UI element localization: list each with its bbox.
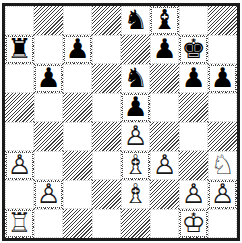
black-rook-a7[interactable]: ♜ <box>5 34 34 63</box>
white-pawn-e4[interactable]: ♙ <box>121 121 150 150</box>
square-g6[interactable]: ♟ <box>179 64 208 93</box>
black-knight-e8[interactable]: ♞ <box>121 5 150 34</box>
square-e8[interactable]: ♞ <box>121 6 150 35</box>
white-pawn-h2[interactable]: ♙ <box>208 179 237 208</box>
square-f3[interactable]: ♙ <box>150 151 179 180</box>
square-h7[interactable] <box>208 35 237 64</box>
square-f7[interactable]: ♟ <box>150 35 179 64</box>
chess-diagram: ♞♝♜♟♟♚♟♞♟♟♟♙♙♗♙♘♙♗♙♙♖♔ <box>0 0 242 243</box>
square-h2[interactable]: ♙ <box>208 180 237 209</box>
square-f4[interactable] <box>150 122 179 151</box>
white-pawn-f3[interactable]: ♙ <box>150 150 179 179</box>
square-d1[interactable] <box>92 209 121 238</box>
square-g1[interactable]: ♔ <box>179 209 208 238</box>
square-d8[interactable] <box>92 6 121 35</box>
square-b4[interactable] <box>34 122 63 151</box>
white-pawn-b2[interactable]: ♙ <box>34 179 63 208</box>
black-pawn-b6[interactable]: ♟ <box>34 63 63 92</box>
chess-board: ♞♝♜♟♟♚♟♞♟♟♟♙♙♗♙♘♙♗♙♙♖♔ <box>2 3 240 241</box>
square-f8[interactable]: ♝ <box>150 6 179 35</box>
white-rook-a1[interactable]: ♖ <box>5 208 34 237</box>
square-a1[interactable]: ♖ <box>5 209 34 238</box>
square-g4[interactable] <box>179 122 208 151</box>
square-a8[interactable] <box>5 6 34 35</box>
square-c1[interactable] <box>63 209 92 238</box>
square-e2[interactable]: ♗ <box>121 180 150 209</box>
square-f6[interactable] <box>150 64 179 93</box>
square-e4[interactable]: ♙ <box>121 122 150 151</box>
square-b8[interactable] <box>34 6 63 35</box>
square-d5[interactable] <box>92 93 121 122</box>
square-h4[interactable] <box>208 122 237 151</box>
square-g7[interactable]: ♚ <box>179 35 208 64</box>
white-bishop-e2[interactable]: ♗ <box>121 179 150 208</box>
square-b1[interactable] <box>34 209 63 238</box>
square-a7[interactable]: ♜ <box>5 35 34 64</box>
square-a6[interactable] <box>5 64 34 93</box>
square-h3[interactable]: ♘ <box>208 151 237 180</box>
black-king-g7[interactable]: ♚ <box>179 34 208 63</box>
square-b7[interactable] <box>34 35 63 64</box>
black-pawn-h6[interactable]: ♟ <box>208 63 237 92</box>
square-e6[interactable]: ♞ <box>121 64 150 93</box>
white-king-g1[interactable]: ♔ <box>179 208 208 237</box>
square-d2[interactable] <box>92 180 121 209</box>
black-pawn-g6[interactable]: ♟ <box>179 63 208 92</box>
black-knight-e6[interactable]: ♞ <box>121 63 150 92</box>
square-d7[interactable] <box>92 35 121 64</box>
square-e7[interactable] <box>121 35 150 64</box>
square-f2[interactable] <box>150 180 179 209</box>
black-pawn-e5[interactable]: ♟ <box>121 92 150 121</box>
white-pawn-g2[interactable]: ♙ <box>179 179 208 208</box>
black-bishop-f8[interactable]: ♝ <box>150 5 179 34</box>
white-pawn-a3[interactable]: ♙ <box>5 150 34 179</box>
square-c3[interactable] <box>63 151 92 180</box>
square-a2[interactable] <box>5 180 34 209</box>
square-h5[interactable] <box>208 93 237 122</box>
square-c5[interactable] <box>63 93 92 122</box>
square-d3[interactable] <box>92 151 121 180</box>
square-b3[interactable] <box>34 151 63 180</box>
square-h8[interactable] <box>208 6 237 35</box>
square-g8[interactable] <box>179 6 208 35</box>
square-g3[interactable] <box>179 151 208 180</box>
black-pawn-f7[interactable]: ♟ <box>150 34 179 63</box>
square-g5[interactable] <box>179 93 208 122</box>
square-f1[interactable] <box>150 209 179 238</box>
white-knight-h3[interactable]: ♘ <box>208 150 237 179</box>
square-e5[interactable]: ♟ <box>121 93 150 122</box>
square-a4[interactable] <box>5 122 34 151</box>
square-a3[interactable]: ♙ <box>5 151 34 180</box>
square-b6[interactable]: ♟ <box>34 64 63 93</box>
square-d4[interactable] <box>92 122 121 151</box>
square-c4[interactable] <box>63 122 92 151</box>
square-h6[interactable]: ♟ <box>208 64 237 93</box>
square-b2[interactable]: ♙ <box>34 180 63 209</box>
square-c7[interactable]: ♟ <box>63 35 92 64</box>
square-g2[interactable]: ♙ <box>179 180 208 209</box>
square-b5[interactable] <box>34 93 63 122</box>
black-pawn-c7[interactable]: ♟ <box>63 34 92 63</box>
square-h1[interactable] <box>208 209 237 238</box>
square-d6[interactable] <box>92 64 121 93</box>
square-a5[interactable] <box>5 93 34 122</box>
square-e3[interactable]: ♗ <box>121 151 150 180</box>
square-f5[interactable] <box>150 93 179 122</box>
square-e1[interactable] <box>121 209 150 238</box>
white-bishop-e3[interactable]: ♗ <box>121 150 150 179</box>
square-c8[interactable] <box>63 6 92 35</box>
square-c2[interactable] <box>63 180 92 209</box>
square-c6[interactable] <box>63 64 92 93</box>
